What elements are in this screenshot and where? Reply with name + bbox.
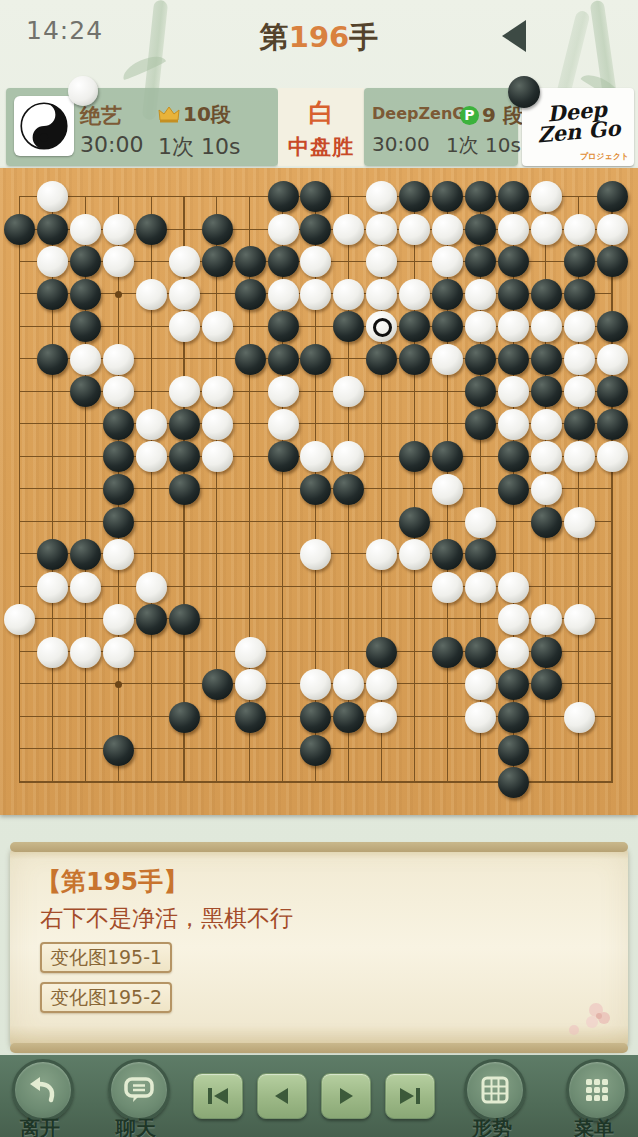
nav-last-button[interactable] xyxy=(385,1073,435,1119)
white-stone xyxy=(202,409,233,440)
black-stone xyxy=(103,409,134,440)
black-stone xyxy=(235,344,266,375)
white-stone xyxy=(103,344,134,375)
black-stone xyxy=(268,344,299,375)
black-stone xyxy=(399,507,430,538)
byoyomi-white: 1次 10s xyxy=(158,132,240,162)
black-stone xyxy=(399,344,430,375)
black-stone xyxy=(465,344,496,375)
black-stone xyxy=(597,311,628,342)
black-stone xyxy=(498,702,529,733)
black-stone xyxy=(597,181,628,212)
black-stone xyxy=(70,246,101,277)
comment-panel: 【第195手】 右下不是净活，黑棋不行 变化图195-1 变化图195-2 xyxy=(10,845,628,1050)
white-stone xyxy=(498,409,529,440)
header: 14:24 第196手 xyxy=(0,0,638,86)
nav-next-button[interactable] xyxy=(321,1073,371,1119)
black-stone xyxy=(103,507,134,538)
white-stone xyxy=(268,409,299,440)
black-stone xyxy=(202,246,233,277)
white-stone xyxy=(268,376,299,407)
black-stone xyxy=(531,507,562,538)
white-stone xyxy=(432,572,463,603)
p-badge-icon: P xyxy=(460,106,479,125)
black-stone xyxy=(4,214,35,245)
white-stone xyxy=(103,376,134,407)
black-stone xyxy=(432,181,463,212)
player-card-black: DeepZenGo P 9 段 30:00 1次 10s xyxy=(364,88,518,166)
black-stone xyxy=(498,474,529,505)
menu-label[interactable]: 菜单 xyxy=(563,1115,625,1137)
player-name-white: 绝艺 xyxy=(80,102,122,130)
white-stone xyxy=(597,214,628,245)
deepzengo-logo: Deep Zen Go プロジェクト xyxy=(522,88,634,166)
black-stone xyxy=(37,214,68,245)
white-stone xyxy=(366,279,397,310)
black-stone xyxy=(169,702,200,733)
black-stone xyxy=(103,735,134,766)
player-rank-white: 10段 xyxy=(158,101,231,128)
next-move-icon xyxy=(336,1086,356,1106)
nav-first-button[interactable] xyxy=(193,1073,243,1119)
white-stone xyxy=(333,214,364,245)
leave-button[interactable] xyxy=(12,1059,74,1121)
player-rank-black: P 9 段 xyxy=(460,102,523,129)
black-stone xyxy=(498,246,529,277)
black-stone xyxy=(465,214,496,245)
white-stone xyxy=(103,246,134,277)
white-stone xyxy=(103,637,134,668)
white-stone xyxy=(465,702,496,733)
black-stone xyxy=(103,474,134,505)
white-stone xyxy=(37,246,68,277)
black-stone xyxy=(564,409,595,440)
white-stone xyxy=(333,279,364,310)
black-stone xyxy=(235,279,266,310)
black-stone xyxy=(465,637,496,668)
black-stone xyxy=(136,214,167,245)
black-stone xyxy=(37,344,68,375)
white-stone xyxy=(103,539,134,570)
menu-button[interactable] xyxy=(566,1059,628,1121)
scroll-roll-bottom xyxy=(10,1043,628,1053)
result-text: 中盘胜 xyxy=(278,133,364,161)
white-stone xyxy=(597,344,628,375)
white-stone xyxy=(498,214,529,245)
white-stone xyxy=(366,214,397,245)
white-stone xyxy=(597,441,628,472)
game-result: 白 中盘胜 xyxy=(278,88,364,166)
prev-move-icon xyxy=(272,1086,292,1106)
white-stone xyxy=(202,376,233,407)
byoyomi-black: 1次 10s xyxy=(446,132,521,159)
white-stone xyxy=(70,214,101,245)
situation-button[interactable] xyxy=(464,1059,526,1121)
black-stone xyxy=(37,279,68,310)
back-arrow-icon xyxy=(27,1076,59,1104)
yinyang-icon xyxy=(18,100,70,152)
white-stone xyxy=(136,572,167,603)
white-stone xyxy=(136,409,167,440)
back-icon[interactable] xyxy=(502,20,526,52)
white-stone xyxy=(531,214,562,245)
black-stone xyxy=(531,279,562,310)
black-stone xyxy=(268,441,299,472)
black-stone-badge xyxy=(508,76,540,108)
black-stone xyxy=(268,311,299,342)
black-stone xyxy=(169,441,200,472)
leave-label[interactable]: 离开 xyxy=(9,1115,71,1137)
white-stone xyxy=(169,246,200,277)
black-stone xyxy=(136,604,167,635)
logo-subtext: プロジェクト xyxy=(580,151,629,162)
white-stone xyxy=(202,311,233,342)
white-stone xyxy=(531,474,562,505)
chat-label[interactable]: 聊天 xyxy=(105,1115,167,1137)
white-stone xyxy=(300,279,331,310)
scroll-roll-top xyxy=(10,842,628,852)
black-stone xyxy=(498,279,529,310)
black-stone xyxy=(498,344,529,375)
black-stone xyxy=(300,214,331,245)
black-stone xyxy=(531,344,562,375)
white-stone xyxy=(70,637,101,668)
black-stone xyxy=(498,767,529,798)
black-stone xyxy=(597,376,628,407)
white-stone xyxy=(103,604,134,635)
white-stone xyxy=(169,279,200,310)
white-stone xyxy=(564,311,595,342)
black-stone xyxy=(202,669,233,700)
white-stone xyxy=(169,311,200,342)
white-stone xyxy=(564,702,595,733)
black-stone xyxy=(300,735,331,766)
black-stone xyxy=(169,604,200,635)
black-stone xyxy=(169,409,200,440)
last-move-marker xyxy=(373,318,392,337)
white-stone xyxy=(465,507,496,538)
territory-grid-icon xyxy=(481,1076,509,1104)
chat-button[interactable] xyxy=(108,1059,170,1121)
menu-grid-icon xyxy=(583,1076,611,1104)
black-stone xyxy=(498,735,529,766)
white-stone xyxy=(564,214,595,245)
white-stone xyxy=(432,214,463,245)
white-stone xyxy=(169,376,200,407)
black-stone xyxy=(268,181,299,212)
app-root: 14:24 第196手 绝艺 10段 30:00 xyxy=(0,0,638,1137)
white-stone xyxy=(136,279,167,310)
black-stone xyxy=(37,539,68,570)
white-stone xyxy=(136,441,167,472)
black-stone xyxy=(70,311,101,342)
white-stone xyxy=(465,572,496,603)
page-title: 第196手 xyxy=(0,18,638,58)
black-stone xyxy=(70,279,101,310)
black-stone xyxy=(564,279,595,310)
black-stone xyxy=(235,702,266,733)
comment-move-label: 【第195手】 xyxy=(36,865,188,898)
white-stone xyxy=(465,279,496,310)
black-stone xyxy=(235,246,266,277)
white-stone xyxy=(37,637,68,668)
white-stone xyxy=(235,637,266,668)
black-stone xyxy=(564,246,595,277)
white-stone xyxy=(531,409,562,440)
black-stone xyxy=(70,539,101,570)
comment-text: 右下不是净活，黑棋不行 xyxy=(40,903,293,934)
white-stone xyxy=(432,344,463,375)
variation-button-2[interactable]: 变化图195-2 xyxy=(40,982,172,1013)
black-stone xyxy=(268,246,299,277)
avatar xyxy=(14,96,74,156)
crown-icon xyxy=(158,106,180,123)
black-stone xyxy=(432,279,463,310)
toolbar: 离开 聊天 xyxy=(0,1055,638,1137)
white-stone xyxy=(399,214,430,245)
black-stone xyxy=(597,409,628,440)
white-stone xyxy=(564,344,595,375)
result-color: 白 xyxy=(278,96,364,129)
white-stone xyxy=(202,441,233,472)
title-suffix: 手 xyxy=(349,20,378,54)
white-stone xyxy=(531,181,562,212)
logo-text: Deep Zen Go xyxy=(524,98,631,147)
black-stone xyxy=(597,246,628,277)
black-stone xyxy=(465,181,496,212)
black-stone xyxy=(366,344,397,375)
black-stone xyxy=(465,409,496,440)
black-stone xyxy=(531,637,562,668)
white-stone xyxy=(564,507,595,538)
white-stone xyxy=(498,572,529,603)
white-stone-badge xyxy=(68,76,98,106)
white-stone xyxy=(37,572,68,603)
flower-decor xyxy=(552,996,612,1042)
black-stone xyxy=(498,181,529,212)
last-move-icon xyxy=(398,1086,422,1106)
black-stone xyxy=(202,214,233,245)
white-stone xyxy=(235,669,266,700)
main-time-black: 30:00 xyxy=(372,132,430,156)
white-stone xyxy=(498,637,529,668)
go-board[interactable] xyxy=(0,168,638,815)
black-stone xyxy=(432,637,463,668)
title-prefix: 第 xyxy=(260,20,289,54)
white-stone xyxy=(399,279,430,310)
player-bar: 绝艺 10段 30:00 1次 10s 白 中盘胜 DeepZenGo P 9 … xyxy=(0,86,638,168)
white-stone xyxy=(268,279,299,310)
variation-button-1[interactable]: 变化图195-1 xyxy=(40,942,172,973)
white-stone xyxy=(103,214,134,245)
black-stone xyxy=(169,474,200,505)
white-stone xyxy=(37,181,68,212)
first-move-icon xyxy=(206,1086,230,1106)
player-card-white: 绝艺 10段 30:00 1次 10s xyxy=(6,88,278,166)
move-number: 196 xyxy=(289,20,350,54)
situation-label[interactable]: 形势 xyxy=(461,1115,523,1137)
black-stone xyxy=(366,637,397,668)
hoshi-dot xyxy=(115,291,122,298)
white-stone xyxy=(70,572,101,603)
nav-prev-button[interactable] xyxy=(257,1073,307,1119)
white-stone xyxy=(70,344,101,375)
white-stone xyxy=(268,214,299,245)
chat-bubble-icon xyxy=(124,1076,154,1104)
main-time-white: 30:00 xyxy=(80,132,143,157)
